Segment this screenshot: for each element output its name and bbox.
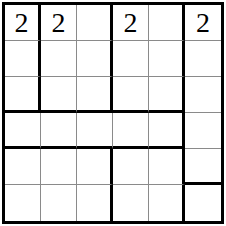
cell-r5c5[interactable]	[185, 185, 221, 221]
cell-r0c5[interactable]: 2	[185, 5, 221, 41]
cell-r1c4[interactable]	[149, 41, 185, 77]
cell-r3c5[interactable]	[185, 113, 221, 149]
cell-r1c3[interactable]	[113, 41, 149, 77]
cell-r2c3[interactable]	[113, 77, 149, 113]
cell-r2c0[interactable]	[5, 77, 41, 113]
cell-r1c5[interactable]	[185, 41, 221, 77]
cell-r2c1[interactable]	[41, 77, 77, 113]
cell-r2c4[interactable]	[149, 77, 185, 113]
cell-r3c3[interactable]	[113, 113, 149, 149]
clue-number: 2	[196, 9, 210, 37]
cell-r4c4[interactable]	[149, 149, 185, 185]
clue-number: 2	[15, 9, 29, 37]
cell-r3c2[interactable]	[77, 113, 113, 149]
cell-r3c1[interactable]	[41, 113, 77, 149]
cell-r1c1[interactable]	[41, 41, 77, 77]
cell-r1c0[interactable]	[5, 41, 41, 77]
cell-r3c0[interactable]	[5, 113, 41, 149]
cell-r0c0[interactable]: 2	[5, 5, 41, 41]
cell-r0c2[interactable]	[77, 5, 113, 41]
cell-r4c2[interactable]	[77, 149, 113, 185]
cell-r4c3[interactable]	[113, 149, 149, 185]
cell-r5c0[interactable]	[5, 185, 41, 221]
cell-r1c2[interactable]	[77, 41, 113, 77]
cell-r2c5[interactable]	[185, 77, 221, 113]
cell-r3c4[interactable]	[149, 113, 185, 149]
cell-r0c4[interactable]	[149, 5, 185, 41]
cell-r5c2[interactable]	[77, 185, 113, 221]
cell-r2c2[interactable]	[77, 77, 113, 113]
cell-r5c4[interactable]	[149, 185, 185, 221]
cell-r5c1[interactable]	[41, 185, 77, 221]
cell-r4c5[interactable]	[185, 149, 221, 185]
cell-r4c1[interactable]	[41, 149, 77, 185]
cell-r0c1[interactable]: 2	[41, 5, 77, 41]
cell-r0c3[interactable]: 2	[113, 5, 149, 41]
clue-number: 2	[52, 9, 66, 37]
puzzle-board: 2222	[2, 2, 224, 224]
clue-number: 2	[124, 9, 138, 37]
cell-r5c3[interactable]	[113, 185, 149, 221]
cell-r4c0[interactable]	[5, 149, 41, 185]
